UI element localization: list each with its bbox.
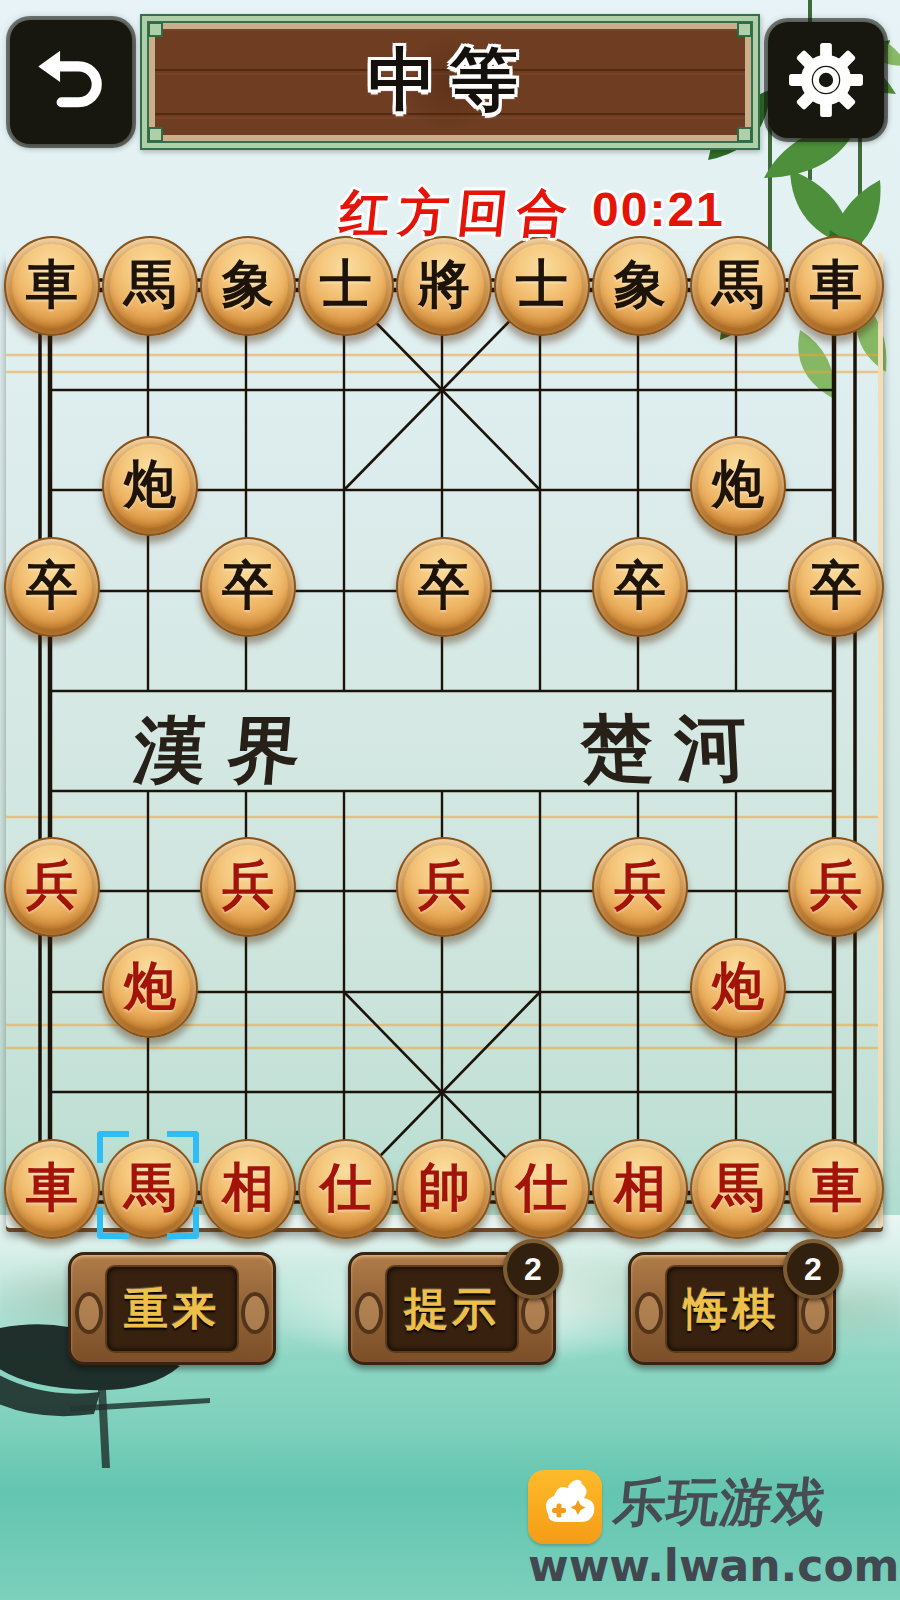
hint-count-badge: 2 xyxy=(503,1239,563,1299)
piece-character: 仕 xyxy=(516,1161,568,1213)
piece-red-r7c7[interactable]: 炮 xyxy=(690,938,786,1038)
piece-red-r6c6[interactable]: 兵 xyxy=(592,837,688,937)
piece-character: 象 xyxy=(222,258,274,310)
piece-character: 卒 xyxy=(26,559,78,611)
brand-url: www.lwan.com xyxy=(528,1540,899,1591)
piece-black-r0c6[interactable]: 象 xyxy=(592,236,688,336)
piece-character: 兵 xyxy=(418,859,470,911)
piece-black-r2c7[interactable]: 炮 xyxy=(690,436,786,536)
piece-black-r3c2[interactable]: 卒 xyxy=(200,537,296,637)
restart-label: 重来 xyxy=(124,1280,220,1339)
undo-arrow-icon xyxy=(32,43,110,121)
piece-black-r0c5[interactable]: 士 xyxy=(494,236,590,336)
undo-count-badge: 2 xyxy=(783,1239,843,1299)
piece-red-r9c7[interactable]: 馬 xyxy=(690,1139,786,1239)
piece-black-r0c0[interactable]: 車 xyxy=(4,236,100,336)
piece-red-r9c8[interactable]: 車 xyxy=(788,1139,884,1239)
piece-character: 兵 xyxy=(614,859,666,911)
piece-character: 卒 xyxy=(222,559,274,611)
piece-character: 兵 xyxy=(26,859,78,911)
piece-character: 炮 xyxy=(124,458,176,510)
river-label-right: 楚河 xyxy=(578,701,771,797)
gear-icon xyxy=(784,38,868,122)
hint-label: 提示 xyxy=(404,1280,500,1339)
piece-red-r9c1[interactable]: 馬 xyxy=(102,1139,198,1239)
piece-black-r0c7[interactable]: 馬 xyxy=(690,236,786,336)
game-screen: 中等 红方回合 00:21 xyxy=(0,0,900,1600)
turn-status: 红方回合 00:21 xyxy=(0,180,900,240)
piece-red-r9c2[interactable]: 相 xyxy=(200,1139,296,1239)
piece-red-r6c2[interactable]: 兵 xyxy=(200,837,296,937)
piece-red-r7c1[interactable]: 炮 xyxy=(102,938,198,1038)
piece-character: 相 xyxy=(222,1161,274,1213)
restart-button[interactable]: 重来 xyxy=(68,1252,276,1365)
piece-black-r3c6[interactable]: 卒 xyxy=(592,537,688,637)
piece-black-r0c3[interactable]: 士 xyxy=(298,236,394,336)
piece-character: 將 xyxy=(418,258,470,310)
difficulty-banner: 中等 xyxy=(140,14,760,150)
piece-character: 象 xyxy=(614,258,666,310)
hint-button[interactable]: 提示 2 xyxy=(348,1252,556,1365)
piece-red-r6c0[interactable]: 兵 xyxy=(4,837,100,937)
piece-red-r9c0[interactable]: 車 xyxy=(4,1139,100,1239)
piece-character: 相 xyxy=(614,1161,666,1213)
piece-red-r9c3[interactable]: 仕 xyxy=(298,1139,394,1239)
brand-name: 乐玩游戏 xyxy=(610,1468,877,1538)
piece-character: 炮 xyxy=(712,960,764,1012)
piece-character: 兵 xyxy=(222,859,274,911)
piece-character: 帥 xyxy=(418,1161,470,1213)
piece-character: 馬 xyxy=(124,1161,176,1213)
xiangqi-board[interactable]: 漢界 楚河 車馬象士將士象馬車炮炮卒卒卒卒卒兵兵兵兵兵炮炮車馬相仕帥仕相馬車 xyxy=(6,253,883,1228)
piece-character: 馬 xyxy=(712,1161,764,1213)
piece-black-r0c4[interactable]: 將 xyxy=(396,236,492,336)
turn-timer: 00:21 xyxy=(592,182,725,237)
piece-character: 炮 xyxy=(124,960,176,1012)
piece-character: 炮 xyxy=(712,458,764,510)
river-label-left: 漢界 xyxy=(130,703,326,799)
undo-label: 悔棋 xyxy=(684,1280,780,1339)
piece-red-r9c6[interactable]: 相 xyxy=(592,1139,688,1239)
piece-black-r3c0[interactable]: 卒 xyxy=(4,537,100,637)
piece-character: 仕 xyxy=(320,1161,372,1213)
piece-black-r2c1[interactable]: 炮 xyxy=(102,436,198,536)
back-button[interactable] xyxy=(10,20,132,144)
undo-move-button[interactable]: 悔棋 2 xyxy=(628,1252,836,1365)
piece-black-r0c2[interactable]: 象 xyxy=(200,236,296,336)
difficulty-label: 中等 xyxy=(142,24,758,134)
settings-button[interactable] xyxy=(768,22,884,138)
piece-character: 兵 xyxy=(810,859,862,911)
piece-red-r6c4[interactable]: 兵 xyxy=(396,837,492,937)
turn-label: 红方回合 xyxy=(336,180,579,247)
piece-black-r0c1[interactable]: 馬 xyxy=(102,236,198,336)
piece-character: 馬 xyxy=(712,258,764,310)
piece-character: 士 xyxy=(320,258,372,310)
piece-black-r3c4[interactable]: 卒 xyxy=(396,537,492,637)
piece-black-r0c8[interactable]: 車 xyxy=(788,236,884,336)
piece-character: 士 xyxy=(516,258,568,310)
piece-character: 馬 xyxy=(124,258,176,310)
piece-red-r9c5[interactable]: 仕 xyxy=(494,1139,590,1239)
piece-character: 車 xyxy=(26,1161,78,1213)
piece-character: 卒 xyxy=(614,559,666,611)
brand-logo-icon xyxy=(528,1470,602,1544)
piece-character: 卒 xyxy=(418,559,470,611)
piece-red-r6c8[interactable]: 兵 xyxy=(788,837,884,937)
piece-character: 車 xyxy=(810,1161,862,1213)
piece-black-r3c8[interactable]: 卒 xyxy=(788,537,884,637)
piece-character: 卒 xyxy=(810,559,862,611)
piece-character: 車 xyxy=(26,258,78,310)
piece-character: 車 xyxy=(810,258,862,310)
piece-red-r9c4[interactable]: 帥 xyxy=(396,1139,492,1239)
